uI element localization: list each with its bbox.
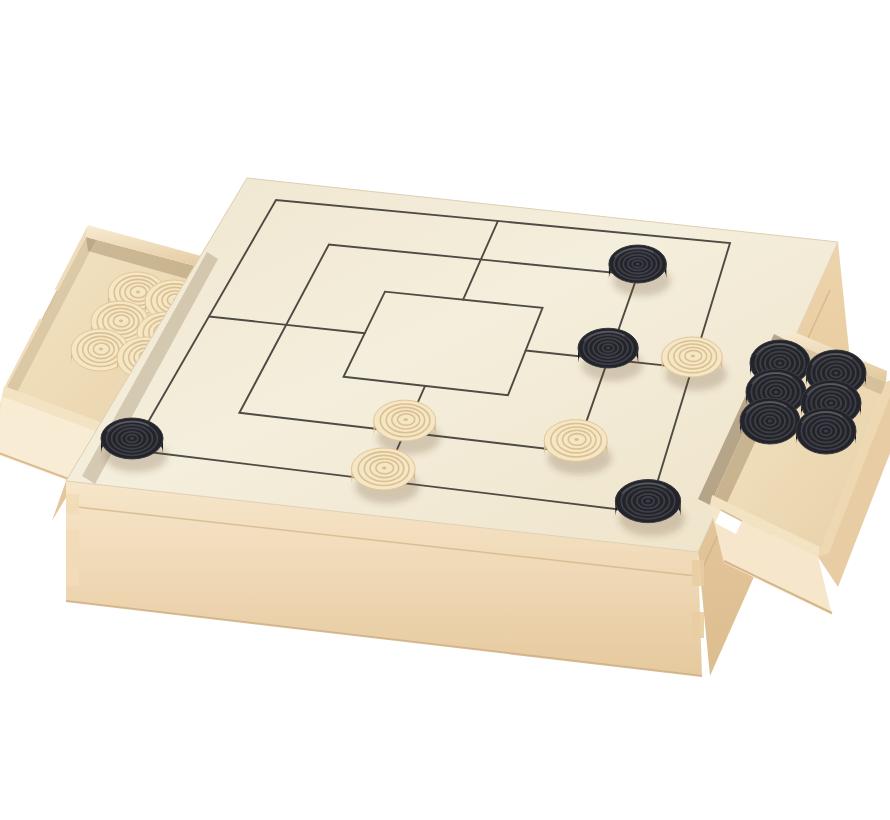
point-d5[interactable]	[439, 283, 488, 317]
point-c5[interactable]	[361, 275, 409, 308]
tray-piece-black-6[interactable]	[796, 408, 856, 454]
point-b2[interactable]	[214, 395, 265, 430]
finger-joint	[66, 530, 79, 550]
point-f2[interactable]	[549, 434, 602, 471]
point-b4[interactable]	[262, 308, 311, 342]
point-e3[interactable]	[482, 377, 533, 412]
point-a4[interactable]	[185, 300, 233, 334]
point-b6[interactable]	[306, 228, 353, 260]
point-c4[interactable]	[340, 316, 389, 350]
finger-joint	[66, 494, 79, 514]
point-d1[interactable]	[357, 462, 410, 499]
finger-joint	[66, 566, 79, 586]
point-f4[interactable]	[583, 342, 633, 377]
point-g1[interactable]	[621, 494, 676, 532]
point-d3[interactable]	[400, 368, 451, 403]
point-c3[interactable]	[318, 359, 368, 394]
point-e5[interactable]	[518, 291, 567, 325]
point-d2[interactable]	[379, 414, 431, 450]
finger-joint	[692, 560, 704, 586]
point-f6[interactable]	[614, 258, 662, 291]
point-d6[interactable]	[457, 243, 504, 276]
point-a7[interactable]	[253, 184, 298, 215]
point-g7[interactable]	[706, 227, 753, 260]
tray-piece-black-5[interactable]	[740, 398, 800, 444]
point-d7[interactable]	[475, 205, 521, 237]
nine-mens-morris-set	[0, 0, 890, 820]
finger-joint	[692, 612, 704, 638]
point-e4[interactable]	[501, 333, 551, 368]
product-photo-stage	[0, 0, 890, 820]
point-g4[interactable]	[666, 351, 717, 386]
point-a1[interactable]	[106, 432, 158, 468]
